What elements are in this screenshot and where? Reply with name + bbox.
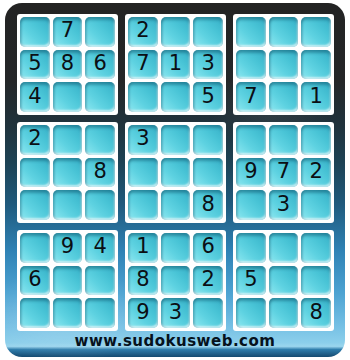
given-digit: 2	[28, 128, 41, 149]
cell-r8c2[interactable]	[53, 266, 83, 296]
box-8: 168293	[125, 230, 226, 331]
cell-r3c7[interactable]: 7	[236, 82, 266, 112]
cell-r5c5[interactable]	[161, 158, 191, 188]
given-digit: 3	[136, 128, 149, 149]
box-1: 75864	[17, 14, 118, 115]
cell-r1c3[interactable]	[85, 17, 115, 47]
cell-r2c2[interactable]: 8	[53, 50, 83, 80]
given-digit: 6	[28, 269, 41, 290]
sudokusweb-url[interactable]: www.sudokusweb.com	[5, 332, 345, 350]
given-digit: 2	[309, 161, 322, 182]
cell-r6c3[interactable]	[85, 190, 115, 220]
cell-r3c1[interactable]: 4	[20, 82, 50, 112]
given-digit: 8	[201, 194, 214, 215]
cell-r2c7[interactable]	[236, 50, 266, 80]
cell-r2c1[interactable]: 5	[20, 50, 50, 80]
cell-r9c3[interactable]	[85, 298, 115, 328]
box-5: 38	[125, 122, 226, 223]
given-digit: 7	[136, 53, 149, 74]
cell-r6c6[interactable]: 8	[193, 190, 223, 220]
cell-r6c9[interactable]	[301, 190, 331, 220]
cell-r6c8[interactable]: 3	[269, 190, 299, 220]
cell-r1c9[interactable]	[301, 17, 331, 47]
cell-r7c3[interactable]: 4	[85, 233, 115, 263]
cell-r7c4[interactable]: 1	[128, 233, 158, 263]
given-digit: 8	[309, 302, 322, 323]
cell-r4c1[interactable]: 2	[20, 125, 50, 155]
cell-r7c2[interactable]: 9	[53, 233, 83, 263]
cell-r3c6[interactable]: 5	[193, 82, 223, 112]
cell-r4c2[interactable]	[53, 125, 83, 155]
cell-r4c7[interactable]	[236, 125, 266, 155]
board-frame: 7586427135712838972394616829358 www.sudo…	[5, 3, 345, 357]
cell-r5c6[interactable]	[193, 158, 223, 188]
given-digit: 5	[28, 53, 41, 74]
cell-r9c8[interactable]	[269, 298, 299, 328]
cell-r9c7[interactable]	[236, 298, 266, 328]
cell-r6c2[interactable]	[53, 190, 83, 220]
cell-r7c8[interactable]	[269, 233, 299, 263]
given-digit: 9	[136, 302, 149, 323]
cell-r5c2[interactable]	[53, 158, 83, 188]
cell-r8c9[interactable]	[301, 266, 331, 296]
given-digit: 2	[201, 269, 214, 290]
cell-r9c9[interactable]: 8	[301, 298, 331, 328]
cell-r1c5[interactable]	[161, 17, 191, 47]
cell-r6c4[interactable]	[128, 190, 158, 220]
cell-r9c5[interactable]: 3	[161, 298, 191, 328]
cell-r1c1[interactable]	[20, 17, 50, 47]
cell-r4c9[interactable]	[301, 125, 331, 155]
cell-r9c1[interactable]	[20, 298, 50, 328]
cell-r2c5[interactable]: 1	[161, 50, 191, 80]
given-digit: 9	[244, 161, 257, 182]
given-digit: 8	[93, 161, 106, 182]
box-7: 946	[17, 230, 118, 331]
cell-r5c4[interactable]	[128, 158, 158, 188]
given-digit: 3	[169, 302, 182, 323]
cell-r8c3[interactable]	[85, 266, 115, 296]
given-digit: 5	[201, 86, 214, 107]
given-digit: 1	[169, 53, 182, 74]
cell-r3c9[interactable]: 1	[301, 82, 331, 112]
cell-r6c7[interactable]	[236, 190, 266, 220]
box-6: 9723	[233, 122, 334, 223]
cell-r8c5[interactable]	[161, 266, 191, 296]
cell-r1c6[interactable]	[193, 17, 223, 47]
given-digit: 2	[136, 20, 149, 41]
cell-r7c7[interactable]	[236, 233, 266, 263]
cell-r8c1[interactable]: 6	[20, 266, 50, 296]
given-digit: 3	[201, 53, 214, 74]
cell-r6c1[interactable]	[20, 190, 50, 220]
box-3: 71	[233, 14, 334, 115]
cell-r3c3[interactable]	[85, 82, 115, 112]
cell-r1c4[interactable]: 2	[128, 17, 158, 47]
given-digit: 3	[277, 194, 290, 215]
given-digit: 7	[61, 20, 74, 41]
cell-r5c8[interactable]: 7	[269, 158, 299, 188]
given-digit: 4	[28, 86, 41, 107]
cell-r4c3[interactable]	[85, 125, 115, 155]
cell-r1c2[interactable]: 7	[53, 17, 83, 47]
box-2: 27135	[125, 14, 226, 115]
cell-r7c1[interactable]	[20, 233, 50, 263]
cell-r9c2[interactable]	[53, 298, 83, 328]
cell-r4c4[interactable]: 3	[128, 125, 158, 155]
given-digit: 1	[309, 86, 322, 107]
cell-r3c2[interactable]	[53, 82, 83, 112]
cell-r1c8[interactable]	[269, 17, 299, 47]
given-digit: 7	[277, 161, 290, 182]
cell-r2c8[interactable]	[269, 50, 299, 80]
cell-r8c6[interactable]: 2	[193, 266, 223, 296]
box-9: 58	[233, 230, 334, 331]
cell-r5c9[interactable]: 2	[301, 158, 331, 188]
given-digit: 5	[244, 269, 257, 290]
cell-r9c6[interactable]	[193, 298, 223, 328]
cell-r2c6[interactable]: 3	[193, 50, 223, 80]
cell-r6c5[interactable]	[161, 190, 191, 220]
cell-r8c7[interactable]: 5	[236, 266, 266, 296]
cell-r4c8[interactable]	[269, 125, 299, 155]
given-digit: 6	[93, 53, 106, 74]
cell-r8c4[interactable]: 8	[128, 266, 158, 296]
cell-r7c5[interactable]	[161, 233, 191, 263]
cell-r7c9[interactable]	[301, 233, 331, 263]
given-digit: 6	[201, 236, 214, 257]
cell-r2c9[interactable]	[301, 50, 331, 80]
cell-r4c5[interactable]	[161, 125, 191, 155]
given-digit: 7	[244, 86, 257, 107]
cell-r9c4[interactable]: 9	[128, 298, 158, 328]
cell-r4c6[interactable]	[193, 125, 223, 155]
given-digit: 8	[61, 53, 74, 74]
given-digit: 1	[136, 236, 149, 257]
cell-r2c4[interactable]: 7	[128, 50, 158, 80]
cell-r7c6[interactable]: 6	[193, 233, 223, 263]
given-digit: 4	[93, 236, 106, 257]
cell-r5c7[interactable]: 9	[236, 158, 266, 188]
sudoku-board: 7586427135712838972394616829358	[17, 14, 334, 331]
cell-r8c8[interactable]	[269, 266, 299, 296]
sudoku-page: 7586427135712838972394616829358 www.sudo…	[0, 0, 350, 360]
given-digit: 9	[61, 236, 74, 257]
given-digit: 8	[136, 269, 149, 290]
cell-r5c3[interactable]: 8	[85, 158, 115, 188]
cell-r3c4[interactable]	[128, 82, 158, 112]
cell-r3c5[interactable]	[161, 82, 191, 112]
cell-r5c1[interactable]	[20, 158, 50, 188]
cell-r3c8[interactable]	[269, 82, 299, 112]
box-4: 28	[17, 122, 118, 223]
cell-r2c3[interactable]: 6	[85, 50, 115, 80]
cell-r1c7[interactable]	[236, 17, 266, 47]
